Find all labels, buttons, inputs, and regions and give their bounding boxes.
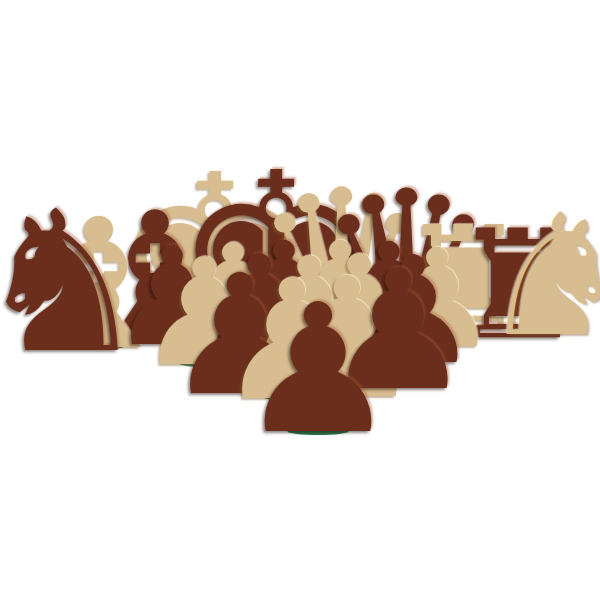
chess-set-photo: ♚♚♛♛♜♝♜♝♞♞♟♟♟♟♟♟♟♟♟♟♟♟♟♟♟♟ xyxy=(0,0,600,600)
dark-pawn-8: ♟ xyxy=(238,281,398,459)
pieces-layer: ♚♚♛♛♜♝♜♝♞♞♟♟♟♟♟♟♟♟♟♟♟♟♟♟♟♟ xyxy=(0,0,600,600)
